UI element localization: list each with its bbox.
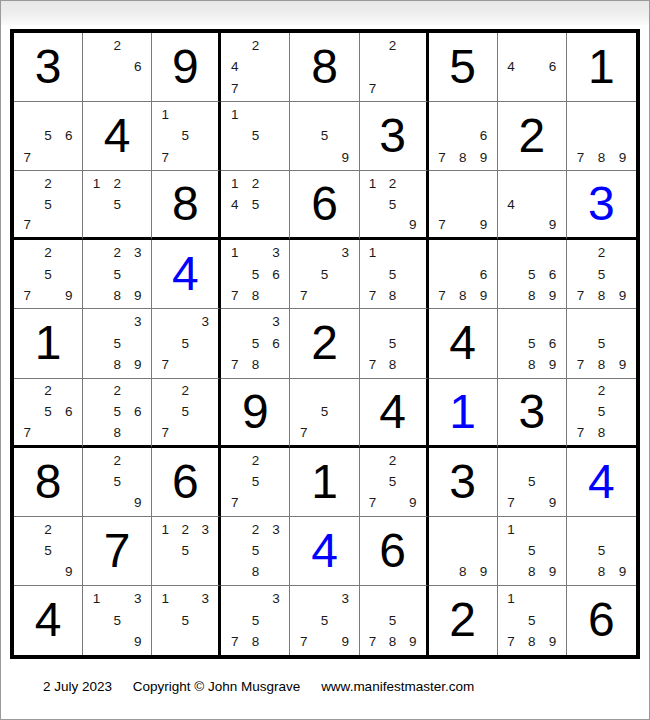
given-digit: 3 xyxy=(518,388,545,436)
pencil-marks: 57 xyxy=(290,379,358,445)
given-digit: 5 xyxy=(449,43,476,91)
candidate-8: 8 xyxy=(107,422,128,443)
empty-candidate-slot xyxy=(521,242,542,263)
pencil-marks: 2358 xyxy=(221,517,289,585)
cell-r3c7[interactable]: 79 xyxy=(429,171,498,240)
cell-r6c7[interactable]: 1 xyxy=(429,379,498,448)
candidate-1: 1 xyxy=(224,242,245,263)
candidate-5: 5 xyxy=(245,194,266,215)
candidate-7: 7 xyxy=(293,422,314,443)
cell-r3c8[interactable]: 49 xyxy=(498,171,567,240)
cell-r6c9[interactable]: 2578 xyxy=(567,379,636,448)
empty-candidate-slot xyxy=(521,215,542,236)
given-digit: 3 xyxy=(35,43,62,91)
pencil-marks: 1259 xyxy=(360,171,426,237)
empty-candidate-slot xyxy=(224,35,245,56)
empty-candidate-slot xyxy=(128,194,149,215)
empty-candidate-slot xyxy=(612,242,633,263)
empty-candidate-slot xyxy=(58,173,79,194)
cell-r3c2[interactable]: 125 xyxy=(83,171,152,240)
empty-candidate-slot xyxy=(86,56,107,77)
candidate-5: 5 xyxy=(175,125,195,146)
empty-candidate-slot xyxy=(195,381,215,402)
cell-r2c3[interactable]: 157 xyxy=(152,102,221,171)
empty-candidate-slot xyxy=(86,631,107,653)
candidate-8: 8 xyxy=(107,285,128,306)
empty-candidate-slot xyxy=(293,401,314,422)
empty-candidate-slot xyxy=(591,519,612,540)
candidate-5: 5 xyxy=(107,471,128,492)
empty-candidate-slot xyxy=(501,311,522,332)
empty-candidate-slot xyxy=(363,610,383,632)
cell-r3c1[interactable]: 257 xyxy=(14,171,83,240)
candidate-1: 1 xyxy=(224,173,245,194)
empty-candidate-slot xyxy=(266,285,287,306)
given-digit: 7 xyxy=(104,527,131,575)
empty-candidate-slot xyxy=(128,35,149,56)
candidate-5: 5 xyxy=(521,540,542,561)
empty-candidate-slot xyxy=(224,519,245,540)
candidate-9: 9 xyxy=(403,215,423,236)
candidate-8: 8 xyxy=(383,631,403,653)
cell-r1c6[interactable]: 27 xyxy=(360,33,429,102)
window-top-bar xyxy=(1,1,649,25)
cell-r2c7[interactable]: 6789 xyxy=(429,102,498,171)
empty-candidate-slot xyxy=(432,519,453,540)
candidate-1: 1 xyxy=(501,519,522,540)
cell-r6c1[interactable]: 2567 xyxy=(14,379,83,448)
cell-r4c3[interactable]: 4 xyxy=(152,240,221,309)
empty-candidate-slot xyxy=(314,588,335,610)
empty-candidate-slot xyxy=(107,631,128,653)
candidate-5: 5 xyxy=(383,471,403,492)
cell-r9c6[interactable]: 5789 xyxy=(360,586,429,655)
given-digit: 1 xyxy=(588,43,615,91)
cell-r7c9[interactable]: 4 xyxy=(567,448,636,517)
empty-candidate-slot xyxy=(314,242,335,263)
empty-candidate-slot xyxy=(314,422,335,443)
empty-candidate-slot xyxy=(86,381,107,402)
cell-r4c5[interactable]: 357 xyxy=(290,240,359,309)
cell-r8c2[interactable]: 7 xyxy=(83,517,152,586)
pencil-marks: 578 xyxy=(360,309,426,377)
cell-r5c2[interactable]: 3589 xyxy=(83,309,152,378)
empty-candidate-slot xyxy=(86,450,107,471)
candidate-9: 9 xyxy=(612,147,633,168)
empty-candidate-slot xyxy=(128,610,149,632)
cell-r9c9[interactable]: 6 xyxy=(567,586,636,655)
candidate-6: 6 xyxy=(58,125,79,146)
cell-r7c3[interactable]: 6 xyxy=(152,448,221,517)
empty-candidate-slot xyxy=(293,588,314,610)
candidate-7: 7 xyxy=(363,631,383,653)
empty-candidate-slot xyxy=(86,242,107,263)
candidate-1: 1 xyxy=(363,242,383,263)
empty-candidate-slot xyxy=(245,215,266,236)
cell-r2c1[interactable]: 567 xyxy=(14,102,83,171)
cell-r4c1[interactable]: 2579 xyxy=(14,240,83,309)
empty-candidate-slot xyxy=(501,285,522,306)
empty-candidate-slot xyxy=(86,471,107,492)
given-digit: 6 xyxy=(379,527,406,575)
pencil-marks: 15789 xyxy=(498,586,566,655)
empty-candidate-slot xyxy=(175,311,195,332)
cell-r6c6[interactable]: 4 xyxy=(360,379,429,448)
candidate-5: 5 xyxy=(383,194,403,215)
cell-r3c6[interactable]: 1259 xyxy=(360,171,429,240)
candidate-1: 1 xyxy=(86,173,107,194)
cell-r2c6[interactable]: 3 xyxy=(360,102,429,171)
pencil-marks: 247 xyxy=(221,33,289,101)
empty-candidate-slot xyxy=(86,78,107,99)
empty-candidate-slot xyxy=(128,333,149,354)
empty-candidate-slot xyxy=(335,401,356,422)
empty-candidate-slot xyxy=(363,311,383,332)
empty-candidate-slot xyxy=(86,422,107,443)
candidate-5: 5 xyxy=(314,264,335,285)
candidate-7: 7 xyxy=(570,147,591,168)
empty-candidate-slot xyxy=(403,264,423,285)
empty-candidate-slot xyxy=(432,104,453,125)
empty-candidate-slot xyxy=(107,215,128,236)
pencil-marks: 1245 xyxy=(221,171,289,237)
empty-candidate-slot xyxy=(542,450,563,471)
pencil-marks: 157 xyxy=(152,102,218,170)
empty-candidate-slot xyxy=(38,285,59,306)
empty-candidate-slot xyxy=(432,173,453,194)
given-digit: 2 xyxy=(449,596,476,644)
empty-candidate-slot xyxy=(86,311,107,332)
candidate-3: 3 xyxy=(266,519,287,540)
cell-r7c1[interactable]: 8 xyxy=(14,448,83,517)
cell-r8c8[interactable]: 1589 xyxy=(498,517,567,586)
candidate-5: 5 xyxy=(383,264,403,285)
empty-candidate-slot xyxy=(128,450,149,471)
cell-r7c5[interactable]: 1 xyxy=(290,448,359,517)
candidate-5: 5 xyxy=(591,401,612,422)
cell-r8c4[interactable]: 2358 xyxy=(221,517,290,586)
candidate-5: 5 xyxy=(245,471,266,492)
empty-candidate-slot xyxy=(38,104,59,125)
candidate-7: 7 xyxy=(224,631,245,653)
empty-candidate-slot xyxy=(335,285,356,306)
candidate-2: 2 xyxy=(107,381,128,402)
cell-r5c9[interactable]: 5789 xyxy=(567,309,636,378)
cell-r2c5[interactable]: 59 xyxy=(290,102,359,171)
empty-candidate-slot xyxy=(58,147,79,168)
empty-candidate-slot xyxy=(335,381,356,402)
empty-candidate-slot xyxy=(107,56,128,77)
cell-r8c6[interactable]: 6 xyxy=(360,517,429,586)
empty-candidate-slot xyxy=(155,381,175,402)
candidate-9: 9 xyxy=(128,354,149,375)
cell-r7c6[interactable]: 2579 xyxy=(360,448,429,517)
empty-candidate-slot xyxy=(17,104,38,125)
empty-candidate-slot xyxy=(403,311,423,332)
empty-candidate-slot xyxy=(58,215,79,236)
empty-candidate-slot xyxy=(383,311,403,332)
candidate-5: 5 xyxy=(245,540,266,561)
cell-r6c3[interactable]: 257 xyxy=(152,379,221,448)
pencil-marks: 27 xyxy=(360,33,426,101)
cell-r8c5[interactable]: 4 xyxy=(290,517,359,586)
empty-candidate-slot xyxy=(293,125,314,146)
pencil-marks: 259 xyxy=(14,517,82,585)
cell-r9c3[interactable]: 135 xyxy=(152,586,221,655)
empty-candidate-slot xyxy=(155,540,175,561)
empty-candidate-slot xyxy=(570,104,591,125)
cell-r9c7[interactable]: 2 xyxy=(429,586,498,655)
pencil-marks: 259 xyxy=(83,448,151,516)
candidate-9: 9 xyxy=(612,354,633,375)
given-digit: 3 xyxy=(379,112,406,160)
cell-r1c7[interactable]: 5 xyxy=(429,33,498,102)
cell-r3c5[interactable]: 6 xyxy=(290,171,359,240)
candidate-6: 6 xyxy=(266,264,287,285)
empty-candidate-slot xyxy=(224,471,245,492)
candidate-2: 2 xyxy=(175,381,195,402)
empty-candidate-slot xyxy=(17,540,38,561)
empty-candidate-slot xyxy=(293,242,314,263)
empty-candidate-slot xyxy=(335,422,356,443)
cell-r7c2[interactable]: 259 xyxy=(83,448,152,517)
pencil-marks: 5689 xyxy=(498,309,566,377)
cell-r5c6[interactable]: 578 xyxy=(360,309,429,378)
empty-candidate-slot xyxy=(403,194,423,215)
empty-candidate-slot xyxy=(612,104,633,125)
empty-candidate-slot xyxy=(383,492,403,513)
cell-r9c8[interactable]: 15789 xyxy=(498,586,567,655)
given-digit: 2 xyxy=(518,112,545,160)
candidate-1: 1 xyxy=(363,173,383,194)
cell-r9c5[interactable]: 3579 xyxy=(290,586,359,655)
given-digit: 4 xyxy=(449,319,476,367)
cell-r8c9[interactable]: 589 xyxy=(567,517,636,586)
empty-candidate-slot xyxy=(155,562,175,583)
empty-candidate-slot xyxy=(195,104,215,125)
cell-r4c4[interactable]: 135678 xyxy=(221,240,290,309)
candidate-5: 5 xyxy=(107,610,128,632)
candidate-7: 7 xyxy=(155,354,175,375)
empty-candidate-slot xyxy=(266,35,287,56)
cell-r4c8[interactable]: 5689 xyxy=(498,240,567,309)
candidate-9: 9 xyxy=(542,354,563,375)
empty-candidate-slot xyxy=(612,264,633,285)
cell-r4c2[interactable]: 23589 xyxy=(83,240,152,309)
candidate-8: 8 xyxy=(452,562,473,583)
pencil-marks: 23589 xyxy=(83,240,151,308)
cell-r4c9[interactable]: 25789 xyxy=(567,240,636,309)
empty-candidate-slot xyxy=(224,333,245,354)
cell-r1c3[interactable]: 9 xyxy=(152,33,221,102)
empty-candidate-slot xyxy=(452,125,473,146)
given-digit: 6 xyxy=(588,596,615,644)
candidate-8: 8 xyxy=(452,147,473,168)
candidate-5: 5 xyxy=(38,194,59,215)
cell-r7c8[interactable]: 579 xyxy=(498,448,567,517)
empty-candidate-slot xyxy=(383,56,403,77)
cell-r5c4[interactable]: 35678 xyxy=(221,309,290,378)
pencil-marks: 25789 xyxy=(567,240,636,308)
empty-candidate-slot xyxy=(363,264,383,285)
candidate-7: 7 xyxy=(293,631,314,653)
empty-candidate-slot xyxy=(38,215,59,236)
candidate-7: 7 xyxy=(570,285,591,306)
empty-candidate-slot xyxy=(612,333,633,354)
candidate-6: 6 xyxy=(542,56,563,77)
empty-candidate-slot xyxy=(155,125,175,146)
cell-r6c5[interactable]: 57 xyxy=(290,379,359,448)
given-digit: 8 xyxy=(35,458,62,506)
empty-candidate-slot xyxy=(245,588,266,610)
empty-candidate-slot xyxy=(335,125,356,146)
candidate-5: 5 xyxy=(107,264,128,285)
candidate-9: 9 xyxy=(473,147,494,168)
candidate-8: 8 xyxy=(452,285,473,306)
pencil-marks: 46 xyxy=(498,33,566,101)
cell-r8c7[interactable]: 89 xyxy=(429,517,498,586)
empty-candidate-slot xyxy=(17,381,38,402)
pencil-marks: 5789 xyxy=(567,309,636,377)
empty-candidate-slot xyxy=(128,471,149,492)
candidate-6: 6 xyxy=(266,333,287,354)
empty-candidate-slot xyxy=(570,381,591,402)
empty-candidate-slot xyxy=(245,104,266,125)
cell-r7c4[interactable]: 257 xyxy=(221,448,290,517)
candidate-8: 8 xyxy=(245,354,266,375)
pencil-marks: 49 xyxy=(498,171,566,237)
cell-r1c5[interactable]: 8 xyxy=(290,33,359,102)
cell-r6c4[interactable]: 9 xyxy=(221,379,290,448)
entered-digit: 4 xyxy=(311,527,338,575)
empty-candidate-slot xyxy=(612,381,633,402)
pencil-marks: 26 xyxy=(83,33,151,101)
empty-candidate-slot xyxy=(128,173,149,194)
empty-candidate-slot xyxy=(452,104,473,125)
candidate-2: 2 xyxy=(245,450,266,471)
candidate-3: 3 xyxy=(266,242,287,263)
pencil-marks: 135678 xyxy=(221,240,289,308)
cell-r4c6[interactable]: 1578 xyxy=(360,240,429,309)
given-digit: 8 xyxy=(311,43,338,91)
empty-candidate-slot xyxy=(128,215,149,236)
empty-candidate-slot xyxy=(521,450,542,471)
empty-candidate-slot xyxy=(363,56,383,77)
candidate-5: 5 xyxy=(175,540,195,561)
empty-candidate-slot xyxy=(86,285,107,306)
empty-candidate-slot xyxy=(473,173,494,194)
candidate-9: 9 xyxy=(473,215,494,236)
cell-r3c3[interactable]: 8 xyxy=(152,171,221,240)
candidate-2: 2 xyxy=(107,242,128,263)
cell-r8c1[interactable]: 259 xyxy=(14,517,83,586)
empty-candidate-slot xyxy=(570,333,591,354)
empty-candidate-slot xyxy=(335,104,356,125)
candidate-3: 3 xyxy=(128,311,149,332)
empty-candidate-slot xyxy=(245,242,266,263)
empty-candidate-slot xyxy=(591,311,612,332)
empty-candidate-slot xyxy=(266,78,287,99)
cell-r6c2[interactable]: 2568 xyxy=(83,379,152,448)
cell-r9c2[interactable]: 1359 xyxy=(83,586,152,655)
empty-candidate-slot xyxy=(432,242,453,263)
cell-r1c2[interactable]: 26 xyxy=(83,33,152,102)
cell-r5c3[interactable]: 357 xyxy=(152,309,221,378)
empty-candidate-slot xyxy=(195,147,215,168)
empty-candidate-slot xyxy=(266,56,287,77)
candidate-5: 5 xyxy=(107,401,128,422)
candidate-8: 8 xyxy=(591,562,612,583)
candidate-2: 2 xyxy=(245,35,266,56)
candidate-9: 9 xyxy=(612,285,633,306)
empty-candidate-slot xyxy=(570,264,591,285)
candidate-3: 3 xyxy=(266,588,287,610)
empty-candidate-slot xyxy=(107,588,128,610)
candidate-7: 7 xyxy=(155,422,175,443)
empty-candidate-slot xyxy=(452,519,473,540)
candidate-3: 3 xyxy=(195,588,215,610)
cell-r1c4[interactable]: 247 xyxy=(221,33,290,102)
cell-r1c8[interactable]: 46 xyxy=(498,33,567,102)
empty-candidate-slot xyxy=(266,125,287,146)
given-digit: 1 xyxy=(311,458,338,506)
cell-r2c4[interactable]: 15 xyxy=(221,102,290,171)
empty-candidate-slot xyxy=(335,610,356,632)
cell-r1c9[interactable]: 1 xyxy=(567,33,636,102)
cell-r6c8[interactable]: 3 xyxy=(498,379,567,448)
cell-r3c9[interactable]: 3 xyxy=(567,171,636,240)
cell-r2c2[interactable]: 4 xyxy=(83,102,152,171)
empty-candidate-slot xyxy=(17,125,38,146)
cell-r5c8[interactable]: 5689 xyxy=(498,309,567,378)
cell-r1c1[interactable]: 3 xyxy=(14,33,83,102)
candidate-7: 7 xyxy=(17,285,38,306)
cell-r4c7[interactable]: 6789 xyxy=(429,240,498,309)
candidate-5: 5 xyxy=(38,125,59,146)
cell-r9c1[interactable]: 4 xyxy=(14,586,83,655)
candidate-5: 5 xyxy=(314,401,335,422)
candidate-2: 2 xyxy=(38,242,59,263)
candidate-2: 2 xyxy=(107,173,128,194)
candidate-1: 1 xyxy=(155,104,175,125)
empty-candidate-slot xyxy=(501,35,522,56)
given-digit: 8 xyxy=(172,180,199,228)
cell-r9c4[interactable]: 3578 xyxy=(221,586,290,655)
cell-r7c7[interactable]: 3 xyxy=(429,448,498,517)
cell-r5c1[interactable]: 1 xyxy=(14,309,83,378)
empty-candidate-slot xyxy=(224,311,245,332)
given-digit: 9 xyxy=(242,388,269,436)
candidate-5: 5 xyxy=(175,610,195,632)
cell-r5c5[interactable]: 2 xyxy=(290,309,359,378)
candidate-3: 3 xyxy=(128,242,149,263)
cell-r3c4[interactable]: 1245 xyxy=(221,171,290,240)
cell-r5c7[interactable]: 4 xyxy=(429,309,498,378)
empty-candidate-slot xyxy=(521,194,542,215)
empty-candidate-slot xyxy=(224,610,245,632)
empty-candidate-slot xyxy=(570,540,591,561)
given-digit: 4 xyxy=(104,112,131,160)
cell-r2c9[interactable]: 789 xyxy=(567,102,636,171)
empty-candidate-slot xyxy=(266,610,287,632)
pencil-marks: 589 xyxy=(567,517,636,585)
empty-candidate-slot xyxy=(403,588,423,610)
cell-r8c3[interactable]: 1235 xyxy=(152,517,221,586)
cell-r2c8[interactable]: 2 xyxy=(498,102,567,171)
empty-candidate-slot xyxy=(195,540,215,561)
empty-candidate-slot xyxy=(452,215,473,236)
empty-candidate-slot xyxy=(86,354,107,375)
